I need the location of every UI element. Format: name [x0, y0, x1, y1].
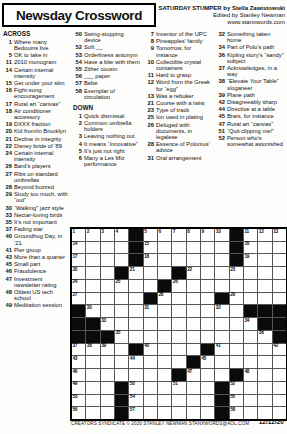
cell-r2c8[interactable] — [172, 242, 185, 254]
clue-across-22: 22Disney bride of ’89 — [3, 143, 69, 149]
cell-r7c8[interactable] — [172, 305, 185, 317]
cell-r6c1[interactable]: 27 — [72, 293, 85, 305]
cell-r12c2[interactable] — [86, 369, 99, 381]
clue-number: 47 — [3, 276, 14, 288]
cell-r9c4[interactable]: 35 — [115, 331, 128, 343]
cell-r4c11[interactable] — [215, 267, 228, 279]
clue-number: 2 — [73, 120, 84, 132]
cell-r5c2[interactable] — [86, 280, 99, 292]
cell-r3c2[interactable] — [86, 254, 99, 266]
cell-r5c3[interactable] — [101, 280, 114, 292]
clue-down-4: 4It means “innovative” — [73, 141, 140, 147]
clue-text: Have a bite with them — [84, 59, 140, 65]
cell-r8c2-black — [86, 318, 99, 330]
cell-r11c1[interactable]: 43 — [72, 356, 85, 368]
cell-r3c4[interactable] — [115, 254, 128, 266]
clue-number: 42 — [216, 99, 227, 105]
clue-down-26: 26Deluged with documents, in legalese — [145, 122, 211, 141]
cell-r2c7[interactable] — [158, 242, 171, 254]
cell-r11c3[interactable] — [101, 356, 114, 368]
cell-r4c1[interactable]: 20 — [72, 267, 85, 279]
clue-across-46: 46Fraudulence — [3, 268, 69, 274]
cell-r9c1-black — [72, 331, 85, 343]
clue-text: “Walking” jazz style — [14, 205, 69, 211]
cell-r2c2[interactable] — [86, 242, 99, 254]
cell-r15c3[interactable] — [101, 407, 114, 419]
cell-r8c13[interactable]: 34 — [244, 318, 257, 330]
cell-r4c2[interactable] — [86, 267, 99, 279]
cell-r11c5[interactable]: 44 — [129, 356, 142, 368]
cell-r6c4[interactable] — [115, 293, 128, 305]
cell-r4c10[interactable] — [201, 267, 214, 279]
clue-text: Something taken home — [227, 31, 285, 43]
cell-r12c1[interactable]: 46 — [72, 369, 85, 381]
cell-r15c12[interactable]: 58 — [230, 407, 243, 419]
clue-number: 49 — [3, 302, 14, 308]
cell-number-48: 48 — [244, 369, 249, 374]
clue-across-26: 26Bard’s players — [3, 163, 69, 169]
clue-across-40: 40Groundhog Day, in ’21 — [3, 233, 69, 245]
cell-number-23: 23 — [230, 267, 235, 272]
cell-r13c12[interactable]: 52 — [230, 382, 243, 394]
cell-r11c12[interactable] — [230, 356, 243, 368]
cell-r11c7[interactable] — [158, 356, 171, 368]
cell-r13c7[interactable] — [158, 382, 171, 394]
cell-r15c7[interactable] — [158, 407, 171, 419]
cell-r4c8-black — [172, 267, 185, 279]
cell-r11c15[interactable] — [273, 356, 286, 368]
clue-text: Word from the Greek for “egg” — [156, 79, 211, 91]
cell-r8c3[interactable]: 33 — [101, 318, 114, 330]
cell-r14c7[interactable] — [158, 395, 171, 407]
cell-r5c14[interactable] — [258, 280, 271, 292]
clue-number: 45 — [216, 113, 227, 119]
clue-across-14: 14Certain internal intensity — [3, 67, 69, 79]
clue-text: “Elevate Your Table” sloganeer — [227, 78, 285, 90]
clue-number: 8 — [145, 38, 156, 44]
cell-r4c14[interactable] — [258, 267, 271, 279]
cell-r4c7[interactable] — [158, 267, 171, 279]
clue-text: Decline in integrity — [14, 136, 69, 142]
cell-r9c2-black — [86, 331, 99, 343]
cell-r8c10[interactable] — [201, 318, 214, 330]
clue-text: “Quit clipping me!” — [227, 128, 285, 134]
cell-r1c1[interactable]: 1 — [72, 229, 85, 241]
cell-r5c11[interactable] — [215, 280, 228, 292]
cell-number-7: 7 — [173, 229, 175, 234]
cell-r8c7[interactable] — [158, 318, 171, 330]
clue-text: Investment newsletter rating — [14, 276, 69, 288]
cell-number-1: 1 — [73, 229, 75, 234]
cell-r5c9[interactable] — [187, 280, 200, 292]
cell-r2c6[interactable]: 15 — [144, 242, 157, 254]
cell-r3c9[interactable] — [187, 254, 200, 266]
cell-r14c14[interactable] — [258, 395, 271, 407]
clue-text: Swing-stopping device — [84, 31, 140, 43]
cell-r4c5[interactable]: 21 — [129, 267, 142, 279]
cell-r1c11[interactable]: 10 — [215, 229, 228, 241]
cell-r14c15[interactable] — [273, 395, 286, 407]
cell-r2c1[interactable]: 14 — [72, 242, 85, 254]
cell-r15c6[interactable] — [144, 407, 157, 419]
section-header-across: ACROSS — [3, 31, 69, 37]
cell-r9c15-black — [273, 331, 286, 343]
cell-number-34: 34 — [244, 318, 249, 323]
cell-r5c5[interactable] — [129, 280, 142, 292]
cell-r6c2[interactable] — [86, 293, 99, 305]
clue-text: DXXX fraction — [14, 121, 69, 127]
cell-r12c4[interactable] — [115, 369, 128, 381]
cell-r5c1[interactable]: 24 — [72, 280, 85, 292]
cell-r4c6[interactable] — [144, 267, 157, 279]
cell-number-51: 51 — [173, 381, 178, 386]
cell-r13c10[interactable] — [201, 382, 214, 394]
clue-text: Get under your skin — [14, 80, 69, 86]
cell-r1c2[interactable]: 2 — [86, 229, 99, 241]
cell-r11c11[interactable] — [215, 356, 228, 368]
cell-number-37: 37 — [73, 343, 78, 348]
cell-r1c7[interactable]: 6 — [158, 229, 171, 241]
clue-text: It’s not important — [14, 219, 69, 225]
cell-r3c14[interactable] — [258, 254, 271, 266]
cell-r10c5-black — [129, 344, 142, 356]
cell-r12c13[interactable]: 48 — [244, 369, 257, 381]
cell-number-46: 46 — [73, 369, 78, 374]
clue-down-7: 7Inventor of the UPC — [145, 31, 211, 37]
cell-r6c14[interactable] — [258, 293, 271, 305]
cell-r13c9[interactable] — [187, 382, 200, 394]
cell-r13c1[interactable]: 49 — [72, 382, 85, 394]
clue-text: Pineapples’ family — [156, 38, 211, 44]
clue-down-5: 5It’s just not right — [73, 148, 140, 154]
cell-r5c15[interactable] — [273, 280, 286, 292]
clue-column-2: 50Swing-stopping device52Soft __53Orderl… — [73, 31, 140, 168]
clue-number: 54 — [73, 59, 84, 65]
cell-r3c13[interactable]: 19 — [244, 254, 257, 266]
cell-r7c3[interactable] — [101, 305, 114, 317]
cell-number-18: 18 — [144, 254, 149, 259]
cell-number-4: 4 — [115, 229, 117, 234]
clue-text: It’s just not right — [84, 148, 140, 154]
cell-r9c7[interactable] — [158, 331, 171, 343]
cell-r13c2[interactable] — [86, 382, 99, 394]
cell-r3c15[interactable] — [273, 254, 286, 266]
cell-r5c6[interactable] — [144, 280, 157, 292]
cell-r10c1[interactable]: 37 — [72, 344, 85, 356]
cell-r3c3[interactable] — [101, 254, 114, 266]
cell-r9c3-black — [101, 331, 114, 343]
cell-r15c9[interactable] — [187, 407, 200, 419]
cell-r10c10-black — [201, 344, 214, 356]
clue-number: 50 — [73, 31, 84, 43]
cell-r15c11-black — [215, 407, 228, 419]
cell-r11c10[interactable]: 45 — [201, 356, 214, 368]
cell-r9c8[interactable] — [172, 331, 185, 343]
cell-r10c3[interactable]: 39 — [101, 344, 114, 356]
clue-text: Kid from/in Brooklyn — [14, 128, 69, 134]
cell-number-52: 52 — [230, 381, 235, 386]
cell-r10c6[interactable]: 40 — [144, 344, 157, 356]
cell-r8c1-black — [72, 318, 85, 330]
cell-r8c9[interactable] — [187, 318, 200, 330]
cell-r7c6[interactable]: 31 — [144, 305, 157, 317]
cell-r15c2[interactable] — [86, 407, 99, 419]
cell-r14c6[interactable] — [144, 395, 157, 407]
cell-r11c2[interactable] — [86, 356, 99, 368]
clue-across-58: 58Exemplar of circulation — [73, 88, 140, 100]
cell-r11c8[interactable] — [172, 356, 185, 368]
cell-r9c11[interactable] — [215, 331, 228, 343]
cell-r9c13[interactable] — [244, 331, 257, 343]
cell-r9c14[interactable]: 36 — [258, 331, 271, 343]
cell-r6c7[interactable]: 28 — [158, 293, 171, 305]
cell-r7c9[interactable] — [187, 305, 200, 317]
cell-r7c15-black — [273, 305, 286, 317]
cell-r3c8[interactable] — [172, 254, 185, 266]
clue-text: Course with a twist — [156, 100, 211, 106]
clue-text: Ion used in plating — [156, 114, 211, 120]
cell-r8c14-black — [258, 318, 271, 330]
cell-r5c7-black — [158, 280, 171, 292]
cell-r5c4[interactable]: 25 — [115, 280, 128, 292]
cell-r11c14[interactable] — [258, 356, 271, 368]
cell-r10c2[interactable]: 38 — [86, 344, 99, 356]
cell-r1c15[interactable]: 13 — [273, 229, 286, 241]
cell-r6c9[interactable] — [187, 293, 200, 305]
cell-r12c6[interactable] — [144, 369, 157, 381]
cell-r8c4[interactable] — [115, 318, 128, 330]
cell-number-32: 32 — [216, 305, 221, 310]
clue-across-33: 33Nectar-loving birds — [3, 212, 69, 218]
cell-r11c13[interactable] — [244, 356, 257, 368]
cell-r10c15[interactable]: 42 — [273, 344, 286, 356]
cell-r4c9[interactable]: 22 — [187, 267, 200, 279]
clue-across-16: 16Fight-song encouragement — [3, 87, 69, 99]
cell-r15c1[interactable]: 56 — [72, 407, 85, 419]
cell-r2c13[interactable]: 16 — [244, 242, 257, 254]
clue-across-53: 53Orderliness antonym — [73, 52, 140, 58]
clue-text: Disney bride of ’89 — [14, 143, 69, 149]
cell-r7c5[interactable] — [129, 305, 142, 317]
cell-r1c14[interactable]: 12 — [258, 229, 271, 241]
cell-r5c8[interactable]: 26 — [172, 280, 185, 292]
cell-r6c13[interactable] — [244, 293, 257, 305]
clue-down-12: 12Word from the Greek for “egg” — [145, 79, 211, 91]
cell-r12c5[interactable] — [129, 369, 142, 381]
cell-number-3: 3 — [101, 229, 103, 234]
clue-number: 39 — [216, 92, 227, 98]
cell-r9c9[interactable] — [187, 331, 200, 343]
cell-r13c3[interactable] — [101, 382, 114, 394]
cell-r10c12[interactable] — [230, 344, 243, 356]
cell-r2c4[interactable] — [115, 242, 128, 254]
cell-r11c4[interactable] — [115, 356, 128, 368]
cell-r10c13[interactable] — [244, 344, 257, 356]
cell-r3c1[interactable]: 17 — [72, 254, 85, 266]
clue-number: 17 — [3, 101, 14, 107]
cell-r7c11[interactable]: 32 — [215, 305, 228, 317]
cell-r7c10[interactable] — [201, 305, 214, 317]
cell-r14c4-black — [115, 395, 128, 407]
cell-r3c6[interactable]: 18 — [144, 254, 157, 266]
clue-number: 53 — [73, 52, 84, 58]
clue-text: Ribs on standard umbrellas — [14, 171, 69, 183]
cell-r13c11-black — [215, 382, 228, 394]
cell-r3c7[interactable] — [158, 254, 171, 266]
puzzle-editor: Edited by Stanley Newman — [158, 12, 285, 19]
cell-r14c1[interactable]: 53 — [72, 395, 85, 407]
cell-r8c11[interactable] — [215, 318, 228, 330]
cell-number-47: 47 — [187, 369, 192, 374]
cell-r14c13[interactable] — [244, 395, 257, 407]
cell-r6c10[interactable] — [201, 293, 214, 305]
cell-r9c5[interactable] — [129, 331, 142, 343]
clue-text: Many a Les Miz performance — [84, 155, 140, 167]
cell-r10c8[interactable] — [172, 344, 185, 356]
cell-r2c9[interactable] — [187, 242, 200, 254]
cell-r13c6[interactable] — [144, 382, 157, 394]
cell-r1c13[interactable]: 11 — [244, 229, 257, 241]
copyright-line: CREATORS SYNDICATE © 2020 STANLEY NEWMAN… — [71, 421, 246, 426]
cell-r13c8[interactable]: 51 — [172, 382, 185, 394]
cell-r14c8[interactable] — [172, 395, 185, 407]
cell-r2c11[interactable] — [215, 242, 228, 254]
cell-r12c9[interactable]: 47 — [187, 369, 200, 381]
cell-r4c3[interactable] — [101, 267, 114, 279]
cell-r13c5[interactable]: 50 — [129, 382, 142, 394]
puzzle-date: 12/12/20 — [259, 418, 284, 425]
clue-text: Meditation session — [14, 302, 69, 308]
cell-r9c6[interactable] — [144, 331, 157, 343]
cell-r10c11[interactable]: 41 — [215, 344, 228, 356]
cell-r5c13[interactable] — [244, 280, 257, 292]
clue-text: More than a quarter — [14, 254, 69, 260]
cell-r6c11-black — [215, 293, 228, 305]
cell-r8c12[interactable] — [230, 318, 243, 330]
cell-r7c12[interactable] — [230, 305, 243, 317]
cell-r7c4[interactable] — [115, 305, 128, 317]
cell-r14c9[interactable] — [187, 395, 200, 407]
clue-number: 18 — [3, 108, 14, 120]
cell-r5c12[interactable] — [230, 280, 243, 292]
clue-text: Quick dismissal — [84, 113, 140, 119]
cell-r14c12[interactable]: 55 — [230, 395, 243, 407]
cell-r1c6[interactable]: 5 — [144, 229, 157, 241]
clue-number: 5 — [73, 148, 84, 154]
cell-r2c3[interactable] — [101, 242, 114, 254]
clue-number: 34 — [216, 44, 227, 50]
cell-r3c11[interactable] — [215, 254, 228, 266]
clue-down-13: 13Was a rebuker — [145, 93, 211, 99]
clue-number: 1 — [73, 113, 84, 119]
cell-r14c10[interactable] — [201, 395, 214, 407]
cell-r12c15[interactable] — [273, 369, 286, 381]
clue-number: 3 — [73, 133, 84, 139]
clue-text: Bard’s players — [14, 163, 69, 169]
clue-text: Fight-song encouragement — [14, 87, 69, 99]
clue-number: 21 — [145, 100, 156, 106]
cell-r6c3[interactable] — [101, 293, 114, 305]
cell-r15c13[interactable] — [244, 407, 257, 419]
cell-r4c13[interactable] — [244, 267, 257, 279]
cell-r12c11[interactable] — [215, 369, 228, 381]
cell-r1c3[interactable]: 3 — [101, 229, 114, 241]
cell-r6c12[interactable]: 29 — [230, 293, 243, 305]
clue-down-36: 36Kipling story’s “sandy” subject — [216, 52, 285, 64]
cell-r10c14[interactable] — [258, 344, 271, 356]
cell-r3c10[interactable] — [201, 254, 214, 266]
clue-down-8: 8Pineapples’ family — [145, 38, 211, 44]
cell-number-54: 54 — [130, 394, 135, 399]
cell-r10c9[interactable] — [187, 344, 200, 356]
cell-r7c2[interactable]: 30 — [86, 305, 99, 317]
cell-r12c3[interactable] — [101, 369, 114, 381]
cell-r6c15[interactable] — [273, 293, 286, 305]
cell-r12c7[interactable] — [158, 369, 171, 381]
clue-across-37: 37Fading star — [3, 226, 69, 232]
cell-r15c10[interactable] — [201, 407, 214, 419]
cell-r8c5[interactable] — [129, 318, 142, 330]
cell-r4c12[interactable]: 23 — [230, 267, 243, 279]
cell-r8c8[interactable] — [172, 318, 185, 330]
cell-r9c12[interactable] — [230, 331, 243, 343]
clue-number: 36 — [216, 52, 227, 64]
cell-r1c9[interactable]: 8 — [187, 229, 200, 241]
cell-r1c4[interactable]: 4 — [115, 229, 128, 241]
clue-text: Brats, for instance — [227, 113, 285, 119]
cell-r15c8[interactable] — [172, 407, 185, 419]
clue-text: Rural art “canvas” — [14, 101, 69, 107]
clue-number: 45 — [3, 261, 14, 267]
cell-r15c5[interactable]: 57 — [129, 407, 142, 419]
cell-r8c6[interactable] — [144, 318, 157, 330]
cell-r13c13[interactable] — [244, 382, 257, 394]
clue-number: 32 — [216, 31, 227, 43]
cell-r1c8[interactable]: 7 — [172, 229, 185, 241]
cell-r14c3[interactable] — [101, 395, 114, 407]
cell-r9c10[interactable] — [201, 331, 214, 343]
cell-r5c10[interactable] — [201, 280, 214, 292]
cell-r12c14[interactable] — [258, 369, 271, 381]
cell-number-8: 8 — [187, 229, 189, 234]
clue-number: 16 — [3, 87, 14, 99]
cell-r1c10[interactable]: 9 — [201, 229, 214, 241]
clue-across-41: 41Pier group — [3, 247, 69, 253]
clue-across-20: 20Kid from/in Brooklyn — [3, 128, 69, 134]
clue-text: Part of Polo’s path — [227, 44, 285, 50]
clue-across-48: 48Oldest US tech school — [3, 289, 69, 301]
clue-number: 26 — [145, 122, 156, 141]
cell-r12c10[interactable] — [201, 369, 214, 381]
cell-r6c5[interactable] — [129, 293, 142, 305]
cell-r6c8[interactable] — [172, 293, 185, 305]
cell-r2c10[interactable] — [201, 242, 214, 254]
cell-r11c6[interactable] — [144, 356, 157, 368]
cell-r14c2[interactable] — [86, 395, 99, 407]
cell-r7c7[interactable] — [158, 305, 171, 317]
cell-r14c5[interactable]: 54 — [129, 395, 142, 407]
cell-r10c7[interactable] — [158, 344, 171, 356]
cell-number-31: 31 — [144, 305, 149, 310]
cell-r10c4[interactable] — [115, 344, 128, 356]
cell-r13c15[interactable] — [273, 382, 286, 394]
clue-number: 1 — [3, 39, 14, 51]
cell-r2c15[interactable] — [273, 242, 286, 254]
cell-r2c14[interactable] — [258, 242, 271, 254]
clue-number: 26 — [3, 163, 14, 169]
cell-r13c14[interactable] — [258, 382, 271, 394]
cell-r4c15[interactable] — [273, 267, 286, 279]
